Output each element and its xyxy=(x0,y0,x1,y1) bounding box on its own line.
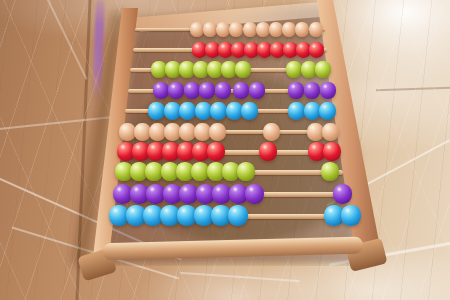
abacus-bead-natural[interactable] xyxy=(243,22,257,37)
abacus-bead-red[interactable] xyxy=(323,142,341,161)
abacus-bead-green[interactable] xyxy=(321,162,339,181)
abacus-bead-purple[interactable] xyxy=(113,184,132,204)
abacus-bead-purple[interactable] xyxy=(179,184,198,204)
abacus-bead-purple[interactable] xyxy=(304,82,320,99)
abacus-bead-blue[interactable] xyxy=(210,102,227,120)
abacus-bead-natural[interactable] xyxy=(149,123,166,141)
abacus-bead-natural[interactable] xyxy=(194,123,211,141)
abacus-bead-red[interactable] xyxy=(309,42,324,58)
abacus-bead-natural[interactable] xyxy=(309,22,323,37)
abacus-bead-natural[interactable] xyxy=(134,123,151,141)
abacus-bead-red[interactable] xyxy=(259,142,277,161)
abacus-bead-blue[interactable] xyxy=(195,102,212,120)
abacus-bead-green[interactable] xyxy=(235,61,251,78)
abacus-bead-purple[interactable] xyxy=(199,82,215,99)
abacus-bead-purple[interactable] xyxy=(184,82,200,99)
abacus-bead-natural[interactable] xyxy=(322,123,339,141)
abacus-photo-scene xyxy=(0,0,450,300)
abacus-bead-blue[interactable] xyxy=(226,102,243,120)
abacus-bead-natural[interactable] xyxy=(190,22,204,37)
abacus-bead-purple[interactable] xyxy=(233,82,249,99)
abacus-bead-natural[interactable] xyxy=(282,22,296,37)
abacus-bead-natural[interactable] xyxy=(216,22,230,37)
abacus-bead-purple[interactable] xyxy=(215,82,231,99)
abacus-bead-natural[interactable] xyxy=(179,123,196,141)
abacus-bead-green[interactable] xyxy=(237,162,255,181)
abacus-bead-blue[interactable] xyxy=(148,102,165,120)
abacus-bead-natural[interactable] xyxy=(269,22,283,37)
abacus-bead-purple[interactable] xyxy=(153,82,169,99)
abacus-bead-blue[interactable] xyxy=(288,102,305,120)
abacus-bead-blue[interactable] xyxy=(241,102,258,120)
abacus-bead-natural[interactable] xyxy=(229,22,243,37)
abacus-bead-blue[interactable] xyxy=(319,102,336,120)
abacus-bead-natural[interactable] xyxy=(256,22,270,37)
abacus-bead-purple[interactable] xyxy=(320,82,336,99)
abacus-bead-purple[interactable] xyxy=(168,82,184,99)
abacus-bead-purple[interactable] xyxy=(333,184,352,204)
abacus-bead-purple[interactable] xyxy=(212,184,231,204)
abacus-bead-blue[interactable] xyxy=(341,205,361,226)
abacus-bead-purple[interactable] xyxy=(249,82,265,99)
abacus-bead-natural[interactable] xyxy=(263,123,280,141)
abacus-bead-purple[interactable] xyxy=(146,184,165,204)
abacus-bead-blue[interactable] xyxy=(164,102,181,120)
abacus-bead-purple[interactable] xyxy=(288,82,304,99)
abacus-bead-green[interactable] xyxy=(315,61,331,78)
abacus-bead-natural[interactable] xyxy=(209,123,226,141)
abacus-bead-blue[interactable] xyxy=(179,102,196,120)
abacus-bead-blue[interactable] xyxy=(228,205,248,226)
abacus-bead-natural[interactable] xyxy=(203,22,217,37)
abacus-bead-natural[interactable] xyxy=(295,22,309,37)
beads-layer xyxy=(0,0,450,300)
abacus-bead-blue[interactable] xyxy=(304,102,321,120)
abacus-bead-natural[interactable] xyxy=(164,123,181,141)
abacus-bead-green[interactable] xyxy=(286,61,302,78)
abacus-bead-natural[interactable] xyxy=(307,123,324,141)
abacus-bead-red[interactable] xyxy=(207,142,225,161)
abacus-bead-purple[interactable] xyxy=(245,184,264,204)
abacus-bead-natural[interactable] xyxy=(119,123,136,141)
